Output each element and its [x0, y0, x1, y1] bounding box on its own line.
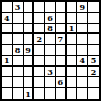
sudoku-cell-r5c9-empty[interactable]	[88, 45, 99, 56]
sudoku-cell-r3c2-empty[interactable]	[13, 24, 24, 35]
sudoku-cell-r1c4-empty[interactable]	[34, 2, 45, 13]
sudoku-cell-r2c3-empty[interactable]	[24, 13, 35, 24]
sudoku-cell-r9c2-empty[interactable]	[13, 88, 24, 99]
sudoku-cell-r7c9-given-digit: 2	[88, 67, 99, 78]
sudoku-cell-r5c3-given-digit: 9	[24, 45, 35, 56]
sudoku-cell-r3c4-empty[interactable]	[34, 24, 45, 35]
sudoku-cell-r1c5-empty[interactable]	[45, 2, 56, 13]
sudoku-cell-r1c7-empty[interactable]	[67, 2, 78, 13]
sudoku-cell-r5c1-empty[interactable]	[2, 45, 13, 56]
sudoku-cell-r7c3-empty[interactable]	[24, 67, 35, 78]
sudoku-cell-r4c7-empty[interactable]	[67, 34, 78, 45]
sudoku-cell-r8c1-empty[interactable]	[2, 77, 13, 88]
sudoku-cell-r2c4-empty[interactable]	[34, 13, 45, 24]
sudoku-cell-r6c1-given-digit: 1	[2, 56, 13, 67]
sudoku-cell-r4c5-empty[interactable]	[45, 34, 56, 45]
sudoku-cell-r2c1-given-digit: 4	[2, 13, 13, 24]
sudoku-cell-r7c6-empty[interactable]	[56, 67, 67, 78]
sudoku-cell-r8c9-empty[interactable]	[88, 77, 99, 88]
sudoku-cell-r6c5-empty[interactable]	[45, 56, 56, 67]
sudoku-cell-r1c6-empty[interactable]	[56, 2, 67, 13]
sudoku-cell-r5c8-empty[interactable]	[77, 45, 88, 56]
sudoku-cell-r5c7-empty[interactable]	[67, 45, 78, 56]
sudoku-cell-r3c7-given-digit: 1	[67, 24, 78, 35]
sudoku-cell-r6c4-empty[interactable]	[34, 56, 45, 67]
sudoku-cell-r2c6-empty[interactable]	[56, 13, 67, 24]
sudoku-cell-r6c3-empty[interactable]	[24, 56, 35, 67]
sudoku-cell-r1c2-given-digit: 3	[13, 2, 24, 13]
sudoku-cell-r1c9-empty[interactable]	[88, 2, 99, 13]
sudoku-cell-r8c6-given-digit: 6	[56, 77, 67, 88]
sudoku-cell-r3c9-empty[interactable]	[88, 24, 99, 35]
sudoku-cell-r7c1-empty[interactable]	[2, 67, 13, 78]
sudoku-cell-r8c3-empty[interactable]	[24, 77, 35, 88]
sudoku-cell-r2c7-empty[interactable]	[67, 13, 78, 24]
sudoku-cell-r8c2-empty[interactable]	[13, 77, 24, 88]
sudoku-cell-r2c8-empty[interactable]	[77, 13, 88, 24]
sudoku-cell-r3c3-empty[interactable]	[24, 24, 35, 35]
sudoku-cell-r1c8-given-digit: 9	[77, 2, 88, 13]
sudoku-cell-r5c2-given-digit: 8	[13, 45, 24, 56]
sudoku-cell-r2c2-empty[interactable]	[13, 13, 24, 24]
sudoku-cell-r6c8-given-digit: 4	[77, 56, 88, 67]
sudoku-cell-r9c1-empty[interactable]	[2, 88, 13, 99]
sudoku-cell-r4c3-empty[interactable]	[24, 34, 35, 45]
sudoku-cell-r9c8-empty[interactable]	[77, 88, 88, 99]
sudoku-cell-r7c4-empty[interactable]	[34, 67, 45, 78]
sudoku-cell-r9c6-empty[interactable]	[56, 88, 67, 99]
sudoku-cell-r3c1-empty[interactable]	[2, 24, 13, 35]
sudoku-cell-r6c9-given-digit: 5	[88, 56, 99, 67]
sudoku-cell-r9c5-empty[interactable]	[45, 88, 56, 99]
sudoku-cell-r8c4-empty[interactable]	[34, 77, 45, 88]
sudoku-cell-r3c8-empty[interactable]	[77, 24, 88, 35]
sudoku-cell-r4c6-given-digit: 7	[56, 34, 67, 45]
sudoku-cell-r9c3-given-digit: 1	[24, 88, 35, 99]
sudoku-board: 39468127891453261	[0, 0, 101, 101]
sudoku-cell-r4c1-empty[interactable]	[2, 34, 13, 45]
sudoku-cell-r2c5-given-digit: 6	[45, 13, 56, 24]
sudoku-cell-r7c7-empty[interactable]	[67, 67, 78, 78]
sudoku-cell-r8c7-empty[interactable]	[67, 77, 78, 88]
sudoku-cell-r9c4-empty[interactable]	[34, 88, 45, 99]
sudoku-cell-r2c9-empty[interactable]	[88, 13, 99, 24]
sudoku-cell-r4c8-empty[interactable]	[77, 34, 88, 45]
sudoku-cell-r1c3-empty[interactable]	[24, 2, 35, 13]
sudoku-cell-r9c7-empty[interactable]	[67, 88, 78, 99]
sudoku-cell-r1c1-empty[interactable]	[2, 2, 13, 13]
sudoku-cell-r5c6-empty[interactable]	[56, 45, 67, 56]
sudoku-cell-r7c5-given-digit: 3	[45, 67, 56, 78]
sudoku-cell-r8c5-empty[interactable]	[45, 77, 56, 88]
sudoku-cell-r5c5-empty[interactable]	[45, 45, 56, 56]
sudoku-cell-r7c2-empty[interactable]	[13, 67, 24, 78]
sudoku-cell-r3c5-given-digit: 8	[45, 24, 56, 35]
sudoku-cell-r6c7-empty[interactable]	[67, 56, 78, 67]
sudoku-cell-r9c9-given-digit	[88, 88, 99, 99]
sudoku-cell-r8c8-empty[interactable]	[77, 77, 88, 88]
sudoku-cell-r3c6-empty[interactable]	[56, 24, 67, 35]
sudoku-cell-r6c6-empty[interactable]	[56, 56, 67, 67]
sudoku-cell-r4c2-empty[interactable]	[13, 34, 24, 45]
sudoku-cell-r5c4-empty[interactable]	[34, 45, 45, 56]
sudoku-cell-r4c9-empty[interactable]	[88, 34, 99, 45]
sudoku-cell-r7c8-empty[interactable]	[77, 67, 88, 78]
sudoku-cell-r4c4-given-digit: 2	[34, 34, 45, 45]
sudoku-cell-r6c2-empty[interactable]	[13, 56, 24, 67]
